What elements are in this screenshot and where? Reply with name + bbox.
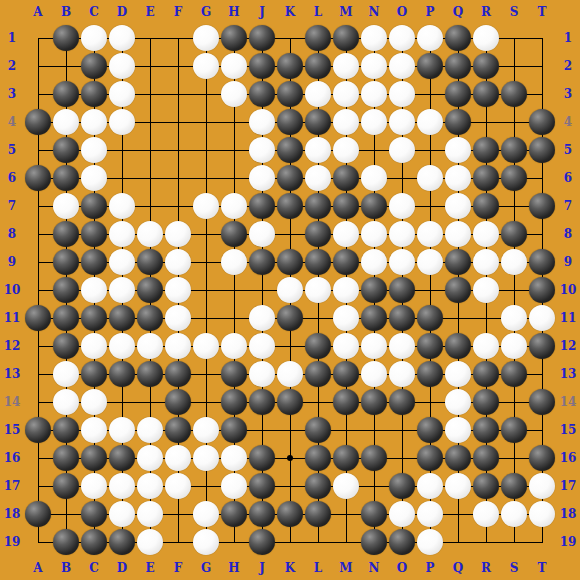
go-board[interactable]: ABCDEFGHJKLMNOPQRST ABCDEFGHJKLMNOPQRST …	[0, 0, 580, 580]
empty-intersection-D5[interactable]	[108, 136, 136, 164]
white-stone-J4	[249, 109, 275, 135]
empty-intersection-N5[interactable]	[360, 136, 388, 164]
row-label: 16	[556, 444, 580, 472]
black-stone-F15	[165, 417, 191, 443]
white-stone-D9	[109, 249, 135, 275]
column-label: D	[108, 556, 136, 580]
empty-intersection-O15[interactable]	[388, 416, 416, 444]
intersection-L12	[304, 332, 332, 360]
black-stone-L8	[305, 221, 331, 247]
black-stone-C9	[81, 249, 107, 275]
black-stone-N18	[361, 501, 387, 527]
empty-intersection-F19[interactable]	[164, 528, 192, 556]
intersection-L5	[304, 136, 332, 164]
intersection-P12	[416, 332, 444, 360]
row-label: 17	[556, 472, 580, 500]
intersection-D15	[108, 416, 136, 444]
white-stone-L3	[305, 81, 331, 107]
intersection-T4	[528, 108, 556, 136]
empty-intersection-H4[interactable]	[220, 108, 248, 136]
empty-intersection-S10[interactable]	[500, 276, 528, 304]
intersection-C2	[80, 52, 108, 80]
white-stone-J6	[249, 165, 275, 191]
column-label: K	[276, 0, 304, 24]
white-stone-N3	[361, 81, 387, 107]
empty-intersection-H11[interactable]	[220, 304, 248, 332]
intersection-J16	[248, 444, 276, 472]
row-label: 15	[556, 416, 580, 444]
white-stone-H12	[221, 333, 247, 359]
row-label: 13	[0, 360, 24, 388]
intersection-O4	[388, 108, 416, 136]
empty-intersection-F5[interactable]	[164, 136, 192, 164]
intersection-G12	[192, 332, 220, 360]
empty-intersection-S2[interactable]	[500, 52, 528, 80]
black-stone-R13	[473, 361, 499, 387]
empty-intersection-T19[interactable]	[528, 528, 556, 556]
empty-intersection-G17[interactable]	[192, 472, 220, 500]
white-stone-P17	[417, 473, 443, 499]
empty-intersection-K12[interactable]	[276, 332, 304, 360]
intersection-Q16	[444, 444, 472, 472]
row-label: 19	[556, 528, 580, 556]
empty-intersection-E2[interactable]	[136, 52, 164, 80]
row-label: 9	[0, 248, 24, 276]
intersection-D10	[108, 276, 136, 304]
white-stone-L5	[305, 137, 331, 163]
intersection-J3	[248, 80, 276, 108]
empty-intersection-T2[interactable]	[528, 52, 556, 80]
empty-intersection-H6[interactable]	[220, 164, 248, 192]
white-stone-E19	[137, 529, 163, 555]
empty-intersection-S14[interactable]	[500, 388, 528, 416]
intersection-H16	[220, 444, 248, 472]
empty-intersection-A5[interactable]	[24, 136, 52, 164]
white-stone-P1	[417, 25, 443, 51]
empty-intersection-E3[interactable]	[136, 80, 164, 108]
intersection-P11	[416, 304, 444, 332]
intersection-T5	[528, 136, 556, 164]
black-stone-O19	[389, 529, 415, 555]
column-label: S	[500, 556, 528, 580]
empty-intersection-E5[interactable]	[136, 136, 164, 164]
white-stone-M2	[333, 53, 359, 79]
intersection-R7	[472, 192, 500, 220]
black-stone-N11	[361, 305, 387, 331]
black-stone-H18	[221, 501, 247, 527]
empty-intersection-A16[interactable]	[24, 444, 52, 472]
empty-intersection-G8[interactable]	[192, 220, 220, 248]
black-stone-J19	[249, 529, 275, 555]
black-stone-A6	[25, 165, 51, 191]
empty-intersection-P5[interactable]	[416, 136, 444, 164]
empty-intersection-A12[interactable]	[24, 332, 52, 360]
intersection-Q10	[444, 276, 472, 304]
intersection-B17	[52, 472, 80, 500]
white-stone-N13	[361, 361, 387, 387]
white-stone-G7	[193, 193, 219, 219]
white-stone-K10	[277, 277, 303, 303]
intersection-K9	[276, 248, 304, 276]
white-stone-R8	[473, 221, 499, 247]
black-stone-K14	[277, 389, 303, 415]
empty-intersection-L14[interactable]	[304, 388, 332, 416]
intersection-R3	[472, 80, 500, 108]
intersection-C10	[80, 276, 108, 304]
black-stone-P11	[417, 305, 443, 331]
empty-intersection-A9[interactable]	[24, 248, 52, 276]
empty-intersection-F6[interactable]	[164, 164, 192, 192]
row-label: 7	[0, 192, 24, 220]
white-stone-Q17	[445, 473, 471, 499]
empty-intersection-B18[interactable]	[52, 500, 80, 528]
intersection-F9	[164, 248, 192, 276]
intersection-B14	[52, 388, 80, 416]
black-stone-B10	[53, 277, 79, 303]
intersection-O10	[388, 276, 416, 304]
empty-intersection-N15[interactable]	[360, 416, 388, 444]
intersection-L10	[304, 276, 332, 304]
empty-intersection-A10[interactable]	[24, 276, 52, 304]
white-stone-O7	[389, 193, 415, 219]
intersection-N16	[360, 444, 388, 472]
white-stone-J5	[249, 137, 275, 163]
empty-intersection-E4[interactable]	[136, 108, 164, 136]
intersection-P13	[416, 360, 444, 388]
row-label: 8	[0, 220, 24, 248]
black-stone-A4	[25, 109, 51, 135]
intersection-R14	[472, 388, 500, 416]
empty-intersection-K15[interactable]	[276, 416, 304, 444]
intersection-B13	[52, 360, 80, 388]
empty-intersection-J10[interactable]	[248, 276, 276, 304]
empty-intersection-O16[interactable]	[388, 444, 416, 472]
empty-intersection-G5[interactable]	[192, 136, 220, 164]
intersection-J4	[248, 108, 276, 136]
intersection-B5	[52, 136, 80, 164]
intersection-J12	[248, 332, 276, 360]
empty-intersection-R19[interactable]	[472, 528, 500, 556]
white-stone-P19	[417, 529, 443, 555]
intersection-G16	[192, 444, 220, 472]
empty-intersection-M15[interactable]	[332, 416, 360, 444]
intersection-O7	[388, 192, 416, 220]
white-stone-N4	[361, 109, 387, 135]
black-stone-P13	[417, 361, 443, 387]
intersection-C6	[80, 164, 108, 192]
empty-intersection-K19[interactable]	[276, 528, 304, 556]
black-stone-F14	[165, 389, 191, 415]
intersection-L6	[304, 164, 332, 192]
white-stone-G2	[193, 53, 219, 79]
column-label: A	[24, 0, 52, 24]
empty-intersection-E7[interactable]	[136, 192, 164, 220]
black-stone-L12	[305, 333, 331, 359]
empty-intersection-N17[interactable]	[360, 472, 388, 500]
black-stone-S15	[501, 417, 527, 443]
empty-intersection-S7[interactable]	[500, 192, 528, 220]
row-label: 1	[556, 24, 580, 52]
empty-intersection-H10[interactable]	[220, 276, 248, 304]
white-stone-Q14	[445, 389, 471, 415]
intersection-L18	[304, 500, 332, 528]
empty-intersection-Q19[interactable]	[444, 528, 472, 556]
intersection-D8	[108, 220, 136, 248]
black-stone-S3	[501, 81, 527, 107]
black-stone-K3	[277, 81, 303, 107]
intersection-T7	[528, 192, 556, 220]
white-stone-J13	[249, 361, 275, 387]
empty-intersection-G11[interactable]	[192, 304, 220, 332]
intersection-B4	[52, 108, 80, 136]
intersection-Q6	[444, 164, 472, 192]
intersection-D11	[108, 304, 136, 332]
black-stone-N19	[361, 529, 387, 555]
white-stone-Q6	[445, 165, 471, 191]
empty-intersection-T8[interactable]	[528, 220, 556, 248]
column-label: H	[220, 556, 248, 580]
intersection-Q8	[444, 220, 472, 248]
intersection-P4	[416, 108, 444, 136]
empty-intersection-K17[interactable]	[276, 472, 304, 500]
empty-intersection-G10[interactable]	[192, 276, 220, 304]
stones-layer	[24, 24, 556, 556]
empty-intersection-M18[interactable]	[332, 500, 360, 528]
black-stone-J14	[249, 389, 275, 415]
black-stone-H8	[221, 221, 247, 247]
intersection-C11	[80, 304, 108, 332]
empty-intersection-D14[interactable]	[108, 388, 136, 416]
intersection-K14	[276, 388, 304, 416]
empty-intersection-T13[interactable]	[528, 360, 556, 388]
empty-intersection-O6[interactable]	[388, 164, 416, 192]
black-stone-K18	[277, 501, 303, 527]
intersection-A4	[24, 108, 52, 136]
black-stone-L1	[305, 25, 331, 51]
black-stone-T10	[529, 277, 555, 303]
black-stone-O11	[389, 305, 415, 331]
black-stone-R16	[473, 445, 499, 471]
intersection-C17	[80, 472, 108, 500]
intersection-O5	[388, 136, 416, 164]
empty-intersection-B2[interactable]	[52, 52, 80, 80]
row-label: 15	[0, 416, 24, 444]
intersection-S5	[500, 136, 528, 164]
row-label: 18	[556, 500, 580, 528]
intersection-H1	[220, 24, 248, 52]
black-stone-O14	[389, 389, 415, 415]
intersection-P8	[416, 220, 444, 248]
empty-intersection-A2[interactable]	[24, 52, 52, 80]
empty-intersection-A13[interactable]	[24, 360, 52, 388]
black-stone-M13	[333, 361, 359, 387]
intersection-O12	[388, 332, 416, 360]
intersection-E13	[136, 360, 164, 388]
black-stone-J17	[249, 473, 275, 499]
black-stone-B5	[53, 137, 79, 163]
empty-intersection-S19[interactable]	[500, 528, 528, 556]
empty-intersection-K8[interactable]	[276, 220, 304, 248]
white-stone-Q8	[445, 221, 471, 247]
intersection-M6	[332, 164, 360, 192]
empty-intersection-Q11[interactable]	[444, 304, 472, 332]
intersection-L17	[304, 472, 332, 500]
black-stone-B1	[53, 25, 79, 51]
white-stone-N12	[361, 333, 387, 359]
white-stone-T11	[529, 305, 555, 331]
empty-intersection-H5[interactable]	[220, 136, 248, 164]
empty-intersection-F4[interactable]	[164, 108, 192, 136]
empty-intersection-T1[interactable]	[528, 24, 556, 52]
empty-intersection-R4[interactable]	[472, 108, 500, 136]
black-stone-L2	[305, 53, 331, 79]
empty-intersection-T6[interactable]	[528, 164, 556, 192]
row-label: 6	[556, 164, 580, 192]
intersection-R9	[472, 248, 500, 276]
white-stone-H7	[221, 193, 247, 219]
intersection-M17	[332, 472, 360, 500]
black-stone-C11	[81, 305, 107, 331]
empty-intersection-A19[interactable]	[24, 528, 52, 556]
intersection-T16	[528, 444, 556, 472]
white-stone-J11	[249, 305, 275, 331]
empty-intersection-T15[interactable]	[528, 416, 556, 444]
black-stone-L7	[305, 193, 331, 219]
intersection-A6	[24, 164, 52, 192]
empty-intersection-G9[interactable]	[192, 248, 220, 276]
empty-intersection-A1[interactable]	[24, 24, 52, 52]
empty-intersection-A8[interactable]	[24, 220, 52, 248]
intersection-J1	[248, 24, 276, 52]
black-stone-N10	[361, 277, 387, 303]
white-stone-C17	[81, 473, 107, 499]
empty-intersection-M19[interactable]	[332, 528, 360, 556]
empty-intersection-P3[interactable]	[416, 80, 444, 108]
intersection-J18	[248, 500, 276, 528]
intersection-N10	[360, 276, 388, 304]
intersection-K11	[276, 304, 304, 332]
empty-intersection-F1[interactable]	[164, 24, 192, 52]
intersection-O17	[388, 472, 416, 500]
empty-intersection-H19[interactable]	[220, 528, 248, 556]
intersection-D3	[108, 80, 136, 108]
empty-intersection-F7[interactable]	[164, 192, 192, 220]
empty-intersection-S16[interactable]	[500, 444, 528, 472]
intersection-A18	[24, 500, 52, 528]
intersection-H7	[220, 192, 248, 220]
intersection-S3	[500, 80, 528, 108]
intersection-O19	[388, 528, 416, 556]
empty-intersection-L19[interactable]	[304, 528, 332, 556]
empty-intersection-E14[interactable]	[136, 388, 164, 416]
black-stone-Q2	[445, 53, 471, 79]
empty-intersection-E1[interactable]	[136, 24, 164, 52]
intersection-L2	[304, 52, 332, 80]
empty-intersection-T3[interactable]	[528, 80, 556, 108]
black-stone-J7	[249, 193, 275, 219]
empty-intersection-G3[interactable]	[192, 80, 220, 108]
empty-intersection-F3[interactable]	[164, 80, 192, 108]
white-stone-R18	[473, 501, 499, 527]
empty-intersection-S4[interactable]	[500, 108, 528, 136]
intersection-M1	[332, 24, 360, 52]
column-label: L	[304, 0, 332, 24]
column-label: K	[276, 556, 304, 580]
intersection-L3	[304, 80, 332, 108]
intersection-J6	[248, 164, 276, 192]
column-label: E	[136, 556, 164, 580]
intersection-M9	[332, 248, 360, 276]
intersection-C1	[80, 24, 108, 52]
intersection-N9	[360, 248, 388, 276]
intersection-K2	[276, 52, 304, 80]
row-labels-left: 12345678910111213141516171819	[0, 24, 24, 556]
column-label: P	[416, 556, 444, 580]
empty-intersection-L11[interactable]	[304, 304, 332, 332]
empty-intersection-D6[interactable]	[108, 164, 136, 192]
empty-intersection-S1[interactable]	[500, 24, 528, 52]
row-label: 4	[0, 108, 24, 136]
intersection-H15	[220, 416, 248, 444]
empty-intersection-A17[interactable]	[24, 472, 52, 500]
black-stone-J9	[249, 249, 275, 275]
black-stone-R3	[473, 81, 499, 107]
row-label: 19	[0, 528, 24, 556]
empty-intersection-J15[interactable]	[248, 416, 276, 444]
intersection-N19	[360, 528, 388, 556]
column-label: C	[80, 0, 108, 24]
empty-intersection-P14[interactable]	[416, 388, 444, 416]
intersection-C13	[80, 360, 108, 388]
row-label: 1	[0, 24, 24, 52]
empty-intersection-K1[interactable]	[276, 24, 304, 52]
empty-intersection-A7[interactable]	[24, 192, 52, 220]
intersection-E18	[136, 500, 164, 528]
intersection-S18	[500, 500, 528, 528]
column-label: O	[388, 0, 416, 24]
empty-intersection-P7[interactable]	[416, 192, 444, 220]
empty-intersection-G13[interactable]	[192, 360, 220, 388]
empty-intersection-A3[interactable]	[24, 80, 52, 108]
empty-intersection-P10[interactable]	[416, 276, 444, 304]
empty-intersection-A14[interactable]	[24, 388, 52, 416]
white-stone-C10	[81, 277, 107, 303]
intersection-E16	[136, 444, 164, 472]
row-label: 12	[556, 332, 580, 360]
white-stone-H2	[221, 53, 247, 79]
intersection-M16	[332, 444, 360, 472]
intersection-L9	[304, 248, 332, 276]
empty-intersection-Q18[interactable]	[444, 500, 472, 528]
white-stone-H17	[221, 473, 247, 499]
white-stone-O3	[389, 81, 415, 107]
intersection-R12	[472, 332, 500, 360]
intersection-O8	[388, 220, 416, 248]
intersection-F10	[164, 276, 192, 304]
white-stone-P18	[417, 501, 443, 527]
empty-intersection-F2[interactable]	[164, 52, 192, 80]
empty-intersection-R11[interactable]	[472, 304, 500, 332]
empty-intersection-F18[interactable]	[164, 500, 192, 528]
empty-intersection-G4[interactable]	[192, 108, 220, 136]
black-stone-Q4	[445, 109, 471, 135]
empty-intersection-G6[interactable]	[192, 164, 220, 192]
white-stone-C5	[81, 137, 107, 163]
intersection-B10	[52, 276, 80, 304]
white-stone-R10	[473, 277, 499, 303]
empty-intersection-E6[interactable]	[136, 164, 164, 192]
empty-intersection-G14[interactable]	[192, 388, 220, 416]
